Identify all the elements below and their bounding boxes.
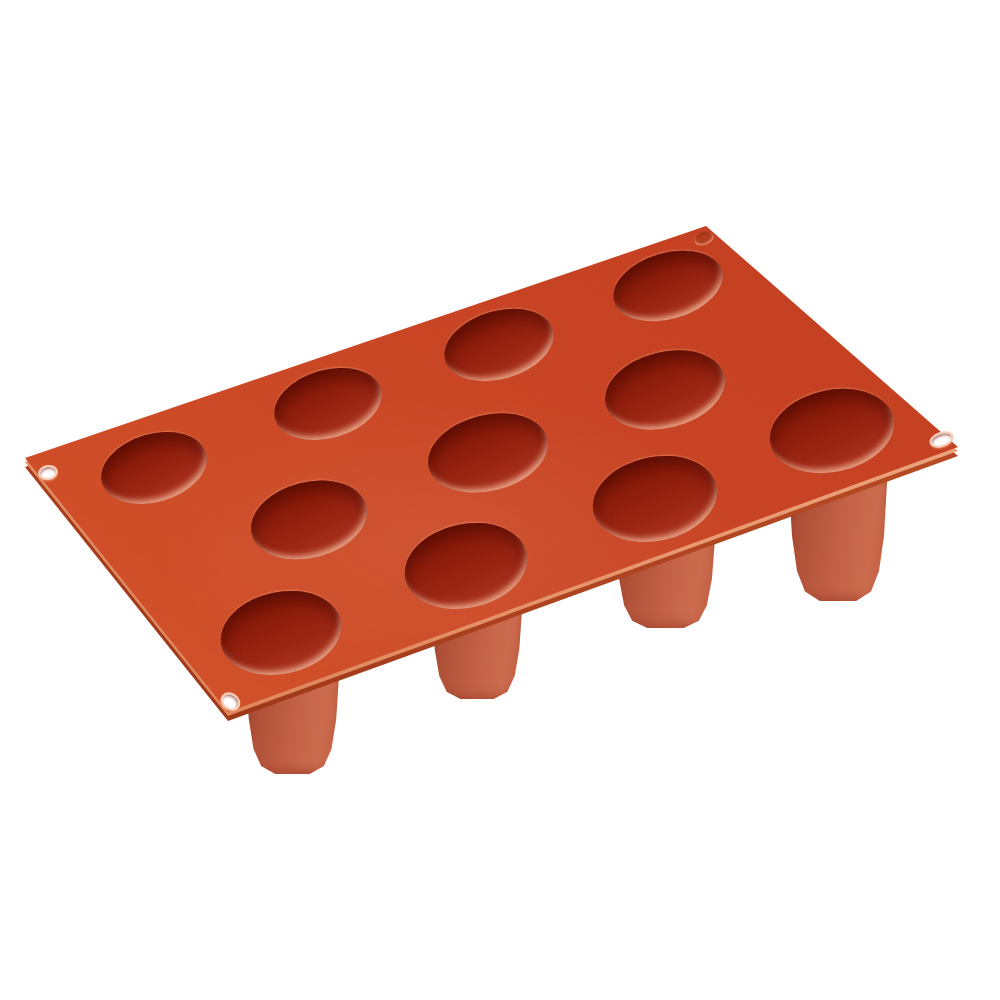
product-photo (0, 0, 1000, 1000)
